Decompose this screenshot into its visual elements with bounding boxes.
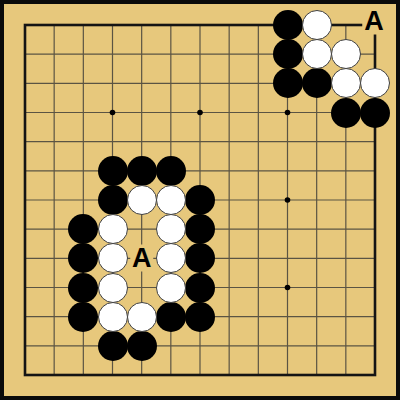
black-stone [360,98,390,128]
black-stone [273,10,303,40]
black-stone [127,156,157,186]
point-label-a[interactable]: A [130,245,154,272]
star-point [110,110,116,116]
white-stone [156,243,186,273]
black-stone [68,273,98,303]
star-point [285,197,291,203]
white-stone [302,10,332,40]
white-stone [98,243,128,273]
black-stone [185,214,215,244]
black-stone [185,273,215,303]
black-stone [185,185,215,215]
black-stone [98,185,128,215]
white-stone [156,214,186,244]
white-stone [127,185,157,215]
black-stone [98,331,128,361]
white-stone [127,302,157,332]
white-stone [156,273,186,303]
white-stone [302,39,332,69]
black-stone [331,98,361,128]
white-stone [331,39,361,69]
white-stone [98,214,128,244]
white-stone [98,302,128,332]
point-label-a[interactable]: A [362,8,386,35]
star-point [285,110,291,116]
white-stone [156,185,186,215]
black-stone [273,39,303,69]
star-point [285,285,291,291]
black-stone [273,68,303,98]
black-stone [302,68,332,98]
go-board[interactable]: AA [0,0,400,400]
black-stone [98,156,128,186]
black-stone [127,331,157,361]
white-stone [98,273,128,303]
black-stone [185,302,215,332]
star-point [197,110,203,116]
white-stone [331,68,361,98]
go-diagram-page: AA [0,0,400,400]
black-stone [68,302,98,332]
black-stone [156,156,186,186]
black-stone [156,302,186,332]
